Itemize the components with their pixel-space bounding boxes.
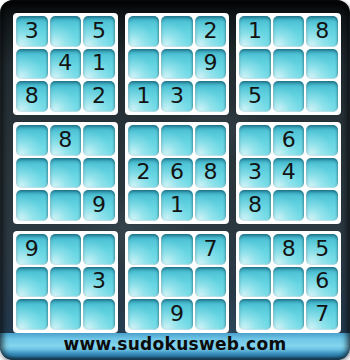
cell-r6c3[interactable]: 9 <box>83 190 115 221</box>
cell-r6c6[interactable] <box>195 190 227 221</box>
cell-r6c5[interactable]: 1 <box>161 190 193 221</box>
cell-r2c1[interactable] <box>16 49 48 80</box>
cell-r9c1[interactable] <box>16 299 48 330</box>
cell-r3c4[interactable]: 1 <box>128 81 160 112</box>
cell-r9c5[interactable]: 9 <box>161 299 193 330</box>
cell-r9c9[interactable]: 7 <box>306 299 338 330</box>
cell-r4c3[interactable] <box>83 125 115 156</box>
cell-r8c6[interactable] <box>195 267 227 298</box>
cell-r3c7[interactable]: 5 <box>239 81 271 112</box>
cell-r7c1[interactable]: 9 <box>16 234 48 265</box>
cell-r8c2[interactable] <box>50 267 82 298</box>
cell-r2c8[interactable] <box>273 49 305 80</box>
cell-r5c2[interactable] <box>50 158 82 189</box>
cell-r2c2[interactable]: 4 <box>50 49 82 80</box>
cell-r1c7[interactable]: 1 <box>239 16 271 47</box>
cell-r5c1[interactable] <box>16 158 48 189</box>
cell-r6c1[interactable] <box>16 190 48 221</box>
cell-r8c8[interactable] <box>273 267 305 298</box>
cell-r1c1[interactable]: 3 <box>16 16 48 47</box>
cell-r8c9[interactable]: 6 <box>306 267 338 298</box>
cell-r9c7[interactable] <box>239 299 271 330</box>
cell-r9c8[interactable] <box>273 299 305 330</box>
sudoku-board: 3541822913185892681634893798567 www.sudo… <box>0 0 350 360</box>
cell-r6c7[interactable]: 8 <box>239 190 271 221</box>
cell-r7c2[interactable] <box>50 234 82 265</box>
cell-r7c5[interactable] <box>161 234 193 265</box>
cell-r3c6[interactable] <box>195 81 227 112</box>
cell-r8c4[interactable] <box>128 267 160 298</box>
cell-r4c4[interactable] <box>128 125 160 156</box>
cell-r4c9[interactable] <box>306 125 338 156</box>
cell-r8c3[interactable]: 3 <box>83 267 115 298</box>
cell-r8c7[interactable] <box>239 267 271 298</box>
cell-r4c2[interactable]: 8 <box>50 125 82 156</box>
cell-r2c5[interactable] <box>161 49 193 80</box>
cell-r9c3[interactable] <box>83 299 115 330</box>
cell-r1c4[interactable] <box>128 16 160 47</box>
cell-r6c4[interactable] <box>128 190 160 221</box>
box-7: 93 <box>13 231 118 333</box>
cell-r2c3[interactable]: 1 <box>83 49 115 80</box>
box-6: 6348 <box>236 122 341 224</box>
box-8: 79 <box>125 231 230 333</box>
box-3: 185 <box>236 13 341 115</box>
box-2: 2913 <box>125 13 230 115</box>
cell-r3c1[interactable]: 8 <box>16 81 48 112</box>
cell-r5c7[interactable]: 3 <box>239 158 271 189</box>
cell-r7c4[interactable] <box>128 234 160 265</box>
box-5: 2681 <box>125 122 230 224</box>
cell-r3c9[interactable] <box>306 81 338 112</box>
cell-r8c1[interactable] <box>16 267 48 298</box>
site-footer: www.sudokusweb.com <box>0 333 350 360</box>
cell-r5c3[interactable] <box>83 158 115 189</box>
cell-r6c2[interactable] <box>50 190 82 221</box>
cell-r7c6[interactable]: 7 <box>195 234 227 265</box>
cell-r5c6[interactable]: 8 <box>195 158 227 189</box>
cell-r5c5[interactable]: 6 <box>161 158 193 189</box>
cell-r6c9[interactable] <box>306 190 338 221</box>
cell-r3c2[interactable] <box>50 81 82 112</box>
site-url-link[interactable]: www.sudokusweb.com <box>64 334 287 354</box>
cell-r7c9[interactable]: 5 <box>306 234 338 265</box>
sudoku-grid: 3541822913185892681634893798567 <box>13 13 341 333</box>
cell-r1c5[interactable] <box>161 16 193 47</box>
cell-r9c2[interactable] <box>50 299 82 330</box>
cell-r3c8[interactable] <box>273 81 305 112</box>
cell-r7c8[interactable]: 8 <box>273 234 305 265</box>
box-1: 354182 <box>13 13 118 115</box>
cell-r1c9[interactable]: 8 <box>306 16 338 47</box>
page: 3541822913185892681634893798567 www.sudo… <box>0 0 350 360</box>
box-9: 8567 <box>236 231 341 333</box>
cell-r1c2[interactable] <box>50 16 82 47</box>
cell-r1c6[interactable]: 2 <box>195 16 227 47</box>
cell-r1c8[interactable] <box>273 16 305 47</box>
cell-r1c3[interactable]: 5 <box>83 16 115 47</box>
cell-r4c8[interactable]: 6 <box>273 125 305 156</box>
cell-r4c6[interactable] <box>195 125 227 156</box>
cell-r5c4[interactable]: 2 <box>128 158 160 189</box>
cell-r4c1[interactable] <box>16 125 48 156</box>
cell-r2c4[interactable] <box>128 49 160 80</box>
cell-r7c7[interactable] <box>239 234 271 265</box>
cell-r4c7[interactable] <box>239 125 271 156</box>
cell-r4c5[interactable] <box>161 125 193 156</box>
cell-r9c6[interactable] <box>195 299 227 330</box>
cell-r8c5[interactable] <box>161 267 193 298</box>
cell-r3c3[interactable]: 2 <box>83 81 115 112</box>
cell-r2c9[interactable] <box>306 49 338 80</box>
cell-r5c8[interactable]: 4 <box>273 158 305 189</box>
cell-r9c4[interactable] <box>128 299 160 330</box>
box-4: 89 <box>13 122 118 224</box>
cell-r7c3[interactable] <box>83 234 115 265</box>
cell-r3c5[interactable]: 3 <box>161 81 193 112</box>
cell-r2c7[interactable] <box>239 49 271 80</box>
cell-r6c8[interactable] <box>273 190 305 221</box>
cell-r2c6[interactable]: 9 <box>195 49 227 80</box>
cell-r5c9[interactable] <box>306 158 338 189</box>
